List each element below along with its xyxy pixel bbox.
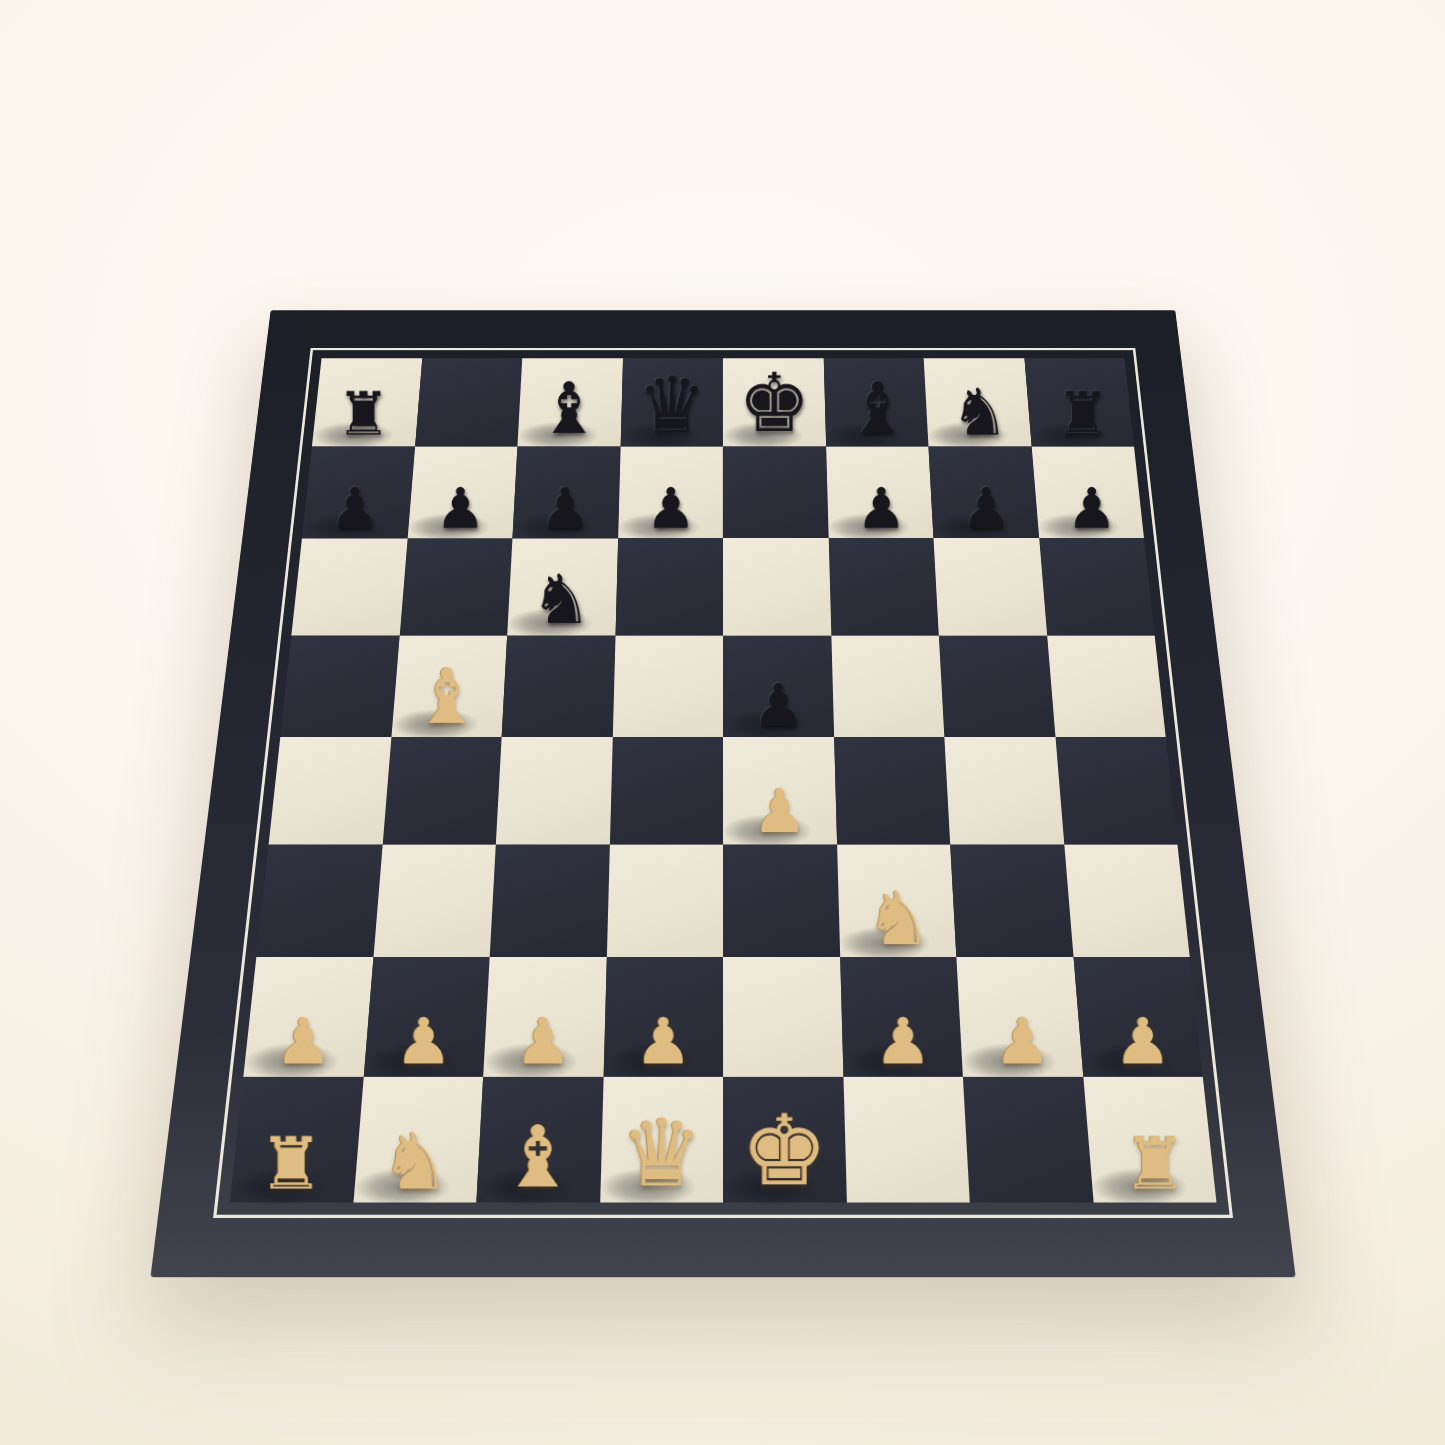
piece-white-pawn-h2[interactable]: ♟ [1082,1010,1202,1074]
square-f6[interactable] [828,538,939,635]
square-f3[interactable]: ♞ [836,844,956,957]
square-c1[interactable]: ♝ [476,1076,603,1202]
piece-black-rook-a8[interactable]: ♜ [312,384,415,444]
square-b8[interactable] [414,358,522,446]
piece-white-bishop-c1[interactable]: ♝ [476,1115,599,1200]
square-g8[interactable]: ♞ [923,358,1031,446]
square-g1[interactable] [962,1076,1092,1202]
square-h8[interactable]: ♜ [1024,358,1134,446]
piece-black-pawn-b7[interactable]: ♟ [407,480,512,536]
piece-black-pawn-d7[interactable]: ♟ [617,480,722,536]
square-e5[interactable]: ♟ [723,635,834,737]
square-a2[interactable]: ♟ [243,957,373,1076]
square-b2[interactable]: ♟ [363,957,489,1076]
piece-white-rook-h1[interactable]: ♜ [1092,1128,1215,1200]
square-e6[interactable] [723,538,831,635]
square-d5[interactable] [612,635,723,737]
piece-white-knight-b1[interactable]: ♞ [353,1121,476,1199]
piece-black-king-e8[interactable]: ♚ [723,363,826,444]
square-c2[interactable]: ♟ [483,957,606,1076]
square-c5[interactable] [501,635,614,737]
square-e2[interactable] [723,957,843,1076]
board-grid: ♜♝♛♚♝♞♜♟♟♟♟♟♟♟♞♝♟♟♞♟♟♟♟♟♟♟♜♞♝♛♚♜ [229,358,1216,1202]
square-d7[interactable]: ♟ [617,446,722,538]
square-h6[interactable] [1038,538,1154,635]
square-b6[interactable] [399,538,512,635]
piece-black-knight-c6[interactable]: ♞ [507,565,615,634]
square-h7[interactable]: ♟ [1031,446,1144,538]
piece-black-pawn-c7[interactable]: ♟ [512,480,617,536]
square-g4[interactable] [944,737,1063,844]
square-b7[interactable]: ♟ [407,446,517,538]
square-f2[interactable]: ♟ [839,957,962,1076]
piece-black-bishop-c8[interactable]: ♝ [517,374,620,445]
piece-white-pawn-d2[interactable]: ♟ [603,1010,723,1074]
square-b3[interactable] [372,844,495,957]
piece-white-pawn-a2[interactable]: ♟ [243,1010,363,1074]
square-e1[interactable]: ♚ [723,1076,846,1202]
piece-black-rook-h8[interactable]: ♜ [1031,384,1134,444]
piece-black-bishop-f8[interactable]: ♝ [825,374,928,445]
square-c4[interactable] [495,737,612,844]
square-a1[interactable]: ♜ [229,1076,363,1202]
square-a6[interactable] [291,538,407,635]
piece-black-queen-d8[interactable]: ♛ [620,367,723,445]
square-d1[interactable]: ♛ [599,1076,722,1202]
piece-black-pawn-g7[interactable]: ♟ [933,480,1038,536]
square-a3[interactable] [256,844,382,957]
square-d8[interactable]: ♛ [620,358,723,446]
square-d4[interactable] [609,737,723,844]
square-f8[interactable]: ♝ [823,358,928,446]
square-a7[interactable]: ♟ [301,446,414,538]
chessboard: ♜♝♛♚♝♞♜♟♟♟♟♟♟♟♞♝♟♟♞♟♟♟♟♟♟♟♜♞♝♛♚♜ [150,310,1295,1277]
square-g6[interactable] [933,538,1046,635]
square-g5[interactable] [938,635,1054,737]
piece-black-pawn-a7[interactable]: ♟ [302,480,407,536]
photo-background: ♜♝♛♚♝♞♜♟♟♟♟♟♟♟♞♝♟♟♞♟♟♟♟♟♟♟♜♞♝♛♚♜ [0,0,1445,1445]
piece-white-pawn-b2[interactable]: ♟ [363,1010,483,1074]
square-a8[interactable]: ♜ [311,358,421,446]
piece-white-pawn-f2[interactable]: ♟ [842,1010,962,1074]
square-h3[interactable] [1063,844,1189,957]
piece-white-pawn-c2[interactable]: ♟ [483,1010,603,1074]
piece-black-pawn-f7[interactable]: ♟ [828,480,933,536]
square-h2[interactable]: ♟ [1073,957,1203,1076]
perspective-stage: ♜♝♛♚♝♞♜♟♟♟♟♟♟♟♞♝♟♟♞♟♟♟♟♟♟♟♜♞♝♛♚♜ [0,0,1445,1445]
square-f7[interactable]: ♟ [825,446,933,538]
square-a5[interactable] [280,635,399,737]
piece-white-pawn-g2[interactable]: ♟ [962,1010,1082,1074]
piece-black-pawn-h7[interactable]: ♟ [1038,480,1143,536]
piece-white-pawn-e4[interactable]: ♟ [723,781,837,841]
square-b4[interactable] [382,737,501,844]
square-e3[interactable] [723,844,840,957]
square-b5[interactable]: ♝ [390,635,506,737]
square-c6[interactable]: ♞ [507,538,618,635]
square-h5[interactable] [1046,635,1165,737]
square-g2[interactable]: ♟ [956,957,1082,1076]
square-c7[interactable]: ♟ [512,446,620,538]
square-d3[interactable] [606,844,723,957]
square-g3[interactable] [950,844,1073,957]
square-e4[interactable]: ♟ [723,737,837,844]
square-f1[interactable] [842,1076,969,1202]
piece-black-knight-g8[interactable]: ♞ [928,379,1031,444]
piece-white-rook-a1[interactable]: ♜ [229,1128,352,1200]
square-h1[interactable]: ♜ [1082,1076,1216,1202]
piece-black-pawn-e5[interactable]: ♟ [723,676,834,735]
piece-white-knight-f3[interactable]: ♞ [839,881,956,955]
square-e8[interactable]: ♚ [723,358,826,446]
square-h4[interactable] [1055,737,1177,844]
square-f4[interactable] [833,737,950,844]
square-b1[interactable]: ♞ [352,1076,482,1202]
piece-white-king-e1[interactable]: ♚ [723,1102,846,1199]
square-d2[interactable]: ♟ [603,957,723,1076]
square-c8[interactable]: ♝ [517,358,622,446]
square-d6[interactable] [615,538,723,635]
square-c3[interactable] [489,844,609,957]
square-e7[interactable] [723,446,828,538]
square-a4[interactable] [268,737,390,844]
square-g7[interactable]: ♟ [928,446,1038,538]
square-f5[interactable] [830,635,943,737]
piece-white-bishop-b5[interactable]: ♝ [391,659,502,735]
piece-white-queen-d1[interactable]: ♛ [599,1107,722,1200]
